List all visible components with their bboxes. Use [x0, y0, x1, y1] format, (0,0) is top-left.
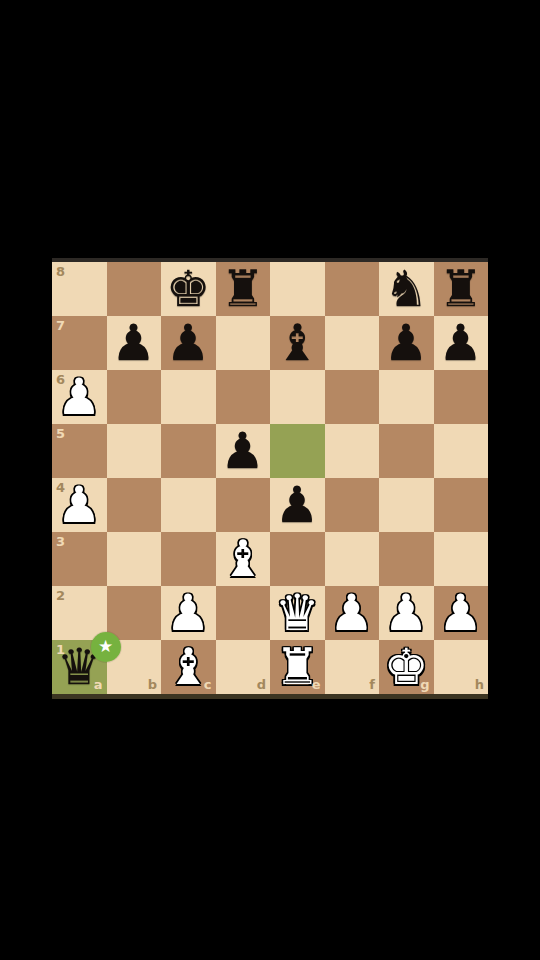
square-e5[interactable] [270, 424, 325, 478]
file-label: c [204, 678, 212, 691]
square-e3[interactable] [270, 532, 325, 586]
square-g7[interactable]: ♟ [379, 316, 434, 370]
white-pawn-piece[interactable]: ♟ [438, 586, 483, 640]
file-label: b [148, 678, 157, 691]
white-pawn-piece[interactable]: ♟ [329, 586, 374, 640]
square-g6[interactable] [379, 370, 434, 424]
square-a7[interactable]: 7 [52, 316, 107, 370]
square-d4[interactable] [216, 478, 271, 532]
square-c4[interactable] [161, 478, 216, 532]
square-h2[interactable]: ♟ [434, 586, 489, 640]
square-e1[interactable]: e♜ [270, 640, 325, 694]
square-a8[interactable]: 8 [52, 262, 107, 316]
square-b4[interactable] [107, 478, 162, 532]
square-h3[interactable] [434, 532, 489, 586]
square-a5[interactable]: 5 [52, 424, 107, 478]
square-g3[interactable] [379, 532, 434, 586]
square-c7[interactable]: ♟ [161, 316, 216, 370]
file-label: a [94, 678, 103, 691]
square-d7[interactable] [216, 316, 271, 370]
rank-label: 8 [56, 265, 65, 278]
square-a3[interactable]: 3 [52, 532, 107, 586]
black-king-piece[interactable]: ♚ [166, 262, 211, 316]
file-label: f [369, 678, 375, 691]
square-c8[interactable]: ♚ [161, 262, 216, 316]
star-icon: ★ [98, 638, 113, 655]
square-h1[interactable]: h [434, 640, 489, 694]
rank-label: 5 [56, 427, 65, 440]
square-e8[interactable] [270, 262, 325, 316]
square-f2[interactable]: ♟ [325, 586, 380, 640]
board-squares: 8♚♜♞♜7♟♟♝♟♟6♟5♟4♟♟3♝2♟♛♟♟♟1a♛★bc♝de♜fg♚h [52, 262, 488, 694]
square-d3[interactable]: ♝ [216, 532, 271, 586]
square-f8[interactable] [325, 262, 380, 316]
square-c2[interactable]: ♟ [161, 586, 216, 640]
rank-label: 4 [56, 481, 65, 494]
best-move-badge: ★ [91, 632, 121, 662]
rank-label: 6 [56, 373, 65, 386]
rank-label: 3 [56, 535, 65, 548]
square-d2[interactable] [216, 586, 271, 640]
square-e2[interactable]: ♛ [270, 586, 325, 640]
black-pawn-piece[interactable]: ♟ [111, 316, 156, 370]
square-f3[interactable] [325, 532, 380, 586]
square-g2[interactable]: ♟ [379, 586, 434, 640]
square-d1[interactable]: d [216, 640, 271, 694]
square-h7[interactable]: ♟ [434, 316, 489, 370]
white-queen-piece[interactable]: ♛ [275, 586, 320, 640]
square-e4[interactable]: ♟ [270, 478, 325, 532]
square-b5[interactable] [107, 424, 162, 478]
square-a4[interactable]: 4♟ [52, 478, 107, 532]
black-bishop-piece[interactable]: ♝ [275, 316, 320, 370]
file-label: g [420, 678, 429, 691]
rank-label: 2 [56, 589, 65, 602]
black-pawn-piece[interactable]: ♟ [275, 478, 320, 532]
square-c5[interactable] [161, 424, 216, 478]
square-a2[interactable]: 2 [52, 586, 107, 640]
black-pawn-piece[interactable]: ♟ [166, 316, 211, 370]
square-f6[interactable] [325, 370, 380, 424]
rank-label: 7 [56, 319, 65, 332]
square-a6[interactable]: 6♟ [52, 370, 107, 424]
chess-board: 8♚♜♞♜7♟♟♝♟♟6♟5♟4♟♟3♝2♟♛♟♟♟1a♛★bc♝de♜fg♚h [52, 258, 488, 699]
square-g8[interactable]: ♞ [379, 262, 434, 316]
black-rook-piece[interactable]: ♜ [220, 262, 265, 316]
black-pawn-piece[interactable]: ♟ [438, 316, 483, 370]
square-b6[interactable] [107, 370, 162, 424]
black-pawn-piece[interactable]: ♟ [220, 424, 265, 478]
square-g1[interactable]: g♚ [379, 640, 434, 694]
square-d8[interactable]: ♜ [216, 262, 271, 316]
square-h4[interactable] [434, 478, 489, 532]
square-h6[interactable] [434, 370, 489, 424]
square-f5[interactable] [325, 424, 380, 478]
square-h5[interactable] [434, 424, 489, 478]
white-pawn-piece[interactable]: ♟ [384, 586, 429, 640]
black-pawn-piece[interactable]: ♟ [384, 316, 429, 370]
square-g5[interactable] [379, 424, 434, 478]
file-label: e [312, 678, 321, 691]
square-c3[interactable] [161, 532, 216, 586]
white-bishop-piece[interactable]: ♝ [220, 532, 265, 586]
square-b2[interactable] [107, 586, 162, 640]
file-label: h [475, 678, 484, 691]
square-d6[interactable] [216, 370, 271, 424]
black-rook-piece[interactable]: ♜ [438, 262, 483, 316]
square-f7[interactable] [325, 316, 380, 370]
square-a1[interactable]: 1a♛★ [52, 640, 107, 694]
square-h8[interactable]: ♜ [434, 262, 489, 316]
square-c6[interactable] [161, 370, 216, 424]
square-c1[interactable]: c♝ [161, 640, 216, 694]
rank-label: 1 [56, 643, 65, 656]
square-e7[interactable]: ♝ [270, 316, 325, 370]
black-knight-piece[interactable]: ♞ [384, 262, 429, 316]
square-b8[interactable] [107, 262, 162, 316]
square-f4[interactable] [325, 478, 380, 532]
white-pawn-piece[interactable]: ♟ [166, 586, 211, 640]
square-b3[interactable] [107, 532, 162, 586]
square-g4[interactable] [379, 478, 434, 532]
square-f1[interactable]: f [325, 640, 380, 694]
square-e6[interactable] [270, 370, 325, 424]
square-d5[interactable]: ♟ [216, 424, 271, 478]
file-label: d [257, 678, 266, 691]
square-b7[interactable]: ♟ [107, 316, 162, 370]
